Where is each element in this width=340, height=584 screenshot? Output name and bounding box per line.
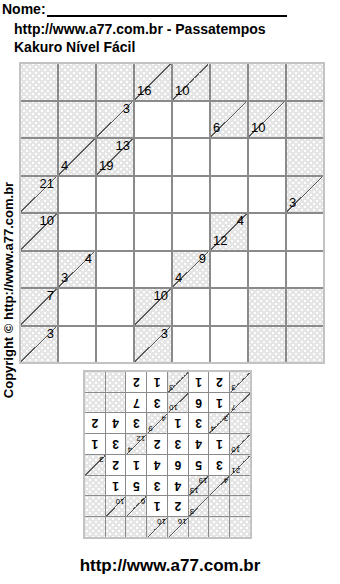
clue-cell-r5c6: 124 [211,214,247,250]
entry-cell-r7c2[interactable] [59,289,95,325]
solution-grid: 1610321610419134351213564123101432124313… [83,370,252,539]
solution-entry-cell-r2c5: 1 [147,497,167,517]
footer-url: http://www.a77.com.br [0,556,340,576]
blocked-cell-r6c1 [21,252,57,288]
across-clue: 21 [40,177,54,192]
entry-cell-r3c5[interactable] [173,139,209,175]
entry-cell-r4c3[interactable] [97,177,133,213]
across-clue: 9 [148,424,152,433]
across-clue: 4 [237,214,244,229]
clue-cell-r7c4: 10 [135,289,171,325]
solution-entry-cell-r3c4: 4 [168,476,188,496]
solution-digit: 2 [175,499,182,513]
solution-digit: 2 [216,375,223,389]
solution-digit: 3 [216,458,223,472]
blocked-cell-r1c7 [249,64,285,100]
across-clue: 9 [199,252,206,267]
solution-entry-cell-r4c7: 2 [106,455,126,475]
solution-entry-cell-r6c4: 1 [168,414,188,434]
solution-digit: 1 [195,375,202,389]
down-clue: 10 [251,121,265,136]
blocked-cell-r1c1 [21,64,57,100]
solution-clue-cell-r4c1: 21 [230,455,250,475]
solution-digit: 3 [112,437,119,451]
blocked-cell-r8c7 [249,327,285,363]
entry-cell-r8c2[interactable] [59,327,95,363]
solution-entry-cell-r8c5: 1 [147,372,167,392]
entry-cell-r5c4[interactable] [135,214,171,250]
down-clue: 6 [213,121,220,136]
solution-blocked-cell-r1c3 [189,517,209,537]
solution-clue-cell-r1c5: 10 [147,517,167,537]
solution-clue-cell-r2c3: 3 [189,497,209,517]
across-clue: 13 [190,486,199,495]
solution-blocked-cell-r3c1 [230,476,250,496]
solution-entry-cell-r5c4: 3 [168,434,188,454]
solution-blocked-cell-r3c8 [85,476,105,496]
blocked-cell-r3c1 [21,139,57,175]
entry-cell-r4c4[interactable] [135,177,171,213]
down-clue: 16 [178,517,187,526]
solution-digit: 1 [133,458,140,472]
clue-cell-r8c1: 3 [21,327,57,363]
across-clue: 3 [190,507,194,516]
solution-blocked-cell-r8c7 [106,372,126,392]
solution-digit: 3 [133,416,140,430]
down-clue: 12 [136,434,145,443]
down-clue: 3 [99,455,103,464]
solution-digit: 4 [175,479,182,493]
clue-cell-r4c1: 21 [21,177,57,213]
solution-clue-cell-r8c4: 3 [168,372,188,392]
solution-digit: 3 [154,479,161,493]
entry-cell-r4c5[interactable] [173,177,209,213]
solution-clue-cell-r3c2: 4 [210,476,230,496]
solution-entry-cell-r6c6: 3 [127,414,147,434]
solution-clue-cell-r2c6: 6 [127,497,147,517]
solution-digit: 1 [154,375,161,389]
down-clue: 12 [213,234,227,249]
across-clue: 4 [211,424,215,433]
solution-digit: 5 [133,479,140,493]
across-clue: 3 [169,383,173,392]
clue-cell-r5c1: 10 [21,214,57,250]
entry-cell-r8c3[interactable] [97,327,133,363]
solution-entry-cell-r5c5: 2 [147,434,167,454]
entry-cell-r5c7[interactable] [249,214,285,250]
across-clue: 3 [161,327,168,342]
solution-entry-cell-r5c3: 4 [189,434,209,454]
entry-cell-r6c8[interactable] [287,252,323,288]
across-clue: 3 [47,327,54,342]
solution-digit: 2 [133,375,140,389]
clue-cell-r4c8: 3 [287,177,323,213]
blocked-cell-r1c3 [97,64,133,100]
solution-entry-cell-r7c6: 7 [127,393,147,413]
solution-entry-cell-r7c2: 1 [210,393,230,413]
solution-clue-cell-r1c4: 16 [168,517,188,537]
solution-blocked-cell-r2c1 [230,497,250,517]
solution-blocked-cell-r1c7 [106,517,126,537]
blocked-cell-r1c6 [211,64,247,100]
down-clue: 3 [224,414,228,423]
solution-clue-cell-r8c1: 3 [230,372,250,392]
clue-cell-r8c4: 3 [135,327,171,363]
solution-entry-cell-r3c7: 1 [106,476,126,496]
entry-cell-r7c5[interactable] [173,289,209,325]
across-clue: 4 [85,252,92,267]
entry-cell-r6c7[interactable] [249,252,285,288]
solution-digit: 1 [216,396,223,410]
down-clue: 4 [162,414,166,423]
clue-cell-r1c4: 16 [135,64,171,100]
solution-entry-cell-r6c8: 2 [85,414,105,434]
across-clue: 3 [231,383,235,392]
solution-digit: 4 [154,458,161,472]
solution-clue-cell-r5c1: 10 [230,434,250,454]
down-clue: 19 [199,476,208,485]
solution-entry-cell-r4c6: 1 [127,455,147,475]
solution-digit: 1 [154,499,161,513]
solution-digit: 7 [133,396,140,410]
solution-digit: 3 [195,416,202,430]
clue-cell-r2c6: 6 [211,102,247,138]
solution-entry-cell-r6c7: 4 [106,414,126,434]
down-clue: 19 [99,159,113,174]
across-clue: 21 [231,466,240,475]
down-clue: 4 [224,476,228,485]
main-grid: 161036104191321310124344971033 [19,62,325,364]
across-clue: 10 [169,403,178,412]
across-clue: 10 [40,214,54,229]
solution-clue-cell-r3c3: 1913 [189,476,209,496]
entry-cell-r5c8[interactable] [287,214,323,250]
entry-cell-r4c6[interactable] [211,177,247,213]
across-clue: 10 [154,289,168,304]
solution-digit: 3 [154,396,161,410]
blocked-cell-r2c8 [287,102,323,138]
blocked-cell-r2c1 [21,102,57,138]
solution-digit: 1 [216,437,223,451]
solution-clue-cell-r6c2: 34 [210,414,230,434]
down-clue: 4 [61,159,68,174]
solution-blocked-cell-r6c1 [230,414,250,434]
solution-entry-cell-r4c5: 4 [147,455,167,475]
entry-cell-r5c2[interactable] [59,214,95,250]
entry-cell-r6c4[interactable] [135,252,171,288]
solution-blocked-cell-r1c6 [127,517,147,537]
solution-blocked-cell-r1c8 [85,517,105,537]
solution-digit: 2 [112,458,119,472]
entry-cell-r8c5[interactable] [173,327,209,363]
blocked-cell-r7c8 [287,289,323,325]
solution-blocked-cell-r2c8 [85,497,105,517]
across-clue: 3 [123,102,130,117]
entry-cell-r6c3[interactable] [97,252,133,288]
solution-entry-cell-r7c3: 6 [189,393,209,413]
across-clue: 4 [128,445,132,454]
entry-cell-r5c3[interactable] [97,214,133,250]
solution-entry-cell-r6c3: 3 [189,414,209,434]
down-clue: 3 [289,196,296,211]
entry-cell-r2c4[interactable] [135,102,171,138]
down-clue: 10 [157,517,166,526]
solution-entry-cell-r4c2: 3 [210,455,230,475]
clue-cell-r2c7: 10 [249,102,285,138]
blocked-cell-r3c8 [287,139,323,175]
clue-cell-r6c2: 34 [59,252,95,288]
blocked-cell-r1c8 [287,64,323,100]
down-clue: 3 [61,271,68,286]
entry-cell-r3c7[interactable] [249,139,285,175]
down-clue: 6 [141,497,145,506]
solution-blocked-cell-r1c1 [230,517,250,537]
entry-cell-r7c3[interactable] [97,289,133,325]
entry-cell-r6c6[interactable] [211,252,247,288]
solution-clue-cell-r7c4: 10 [168,393,188,413]
clue-cell-r3c2: 4 [59,139,95,175]
solution-digit: 2 [154,437,161,451]
copyright-vertical-text: Copyright © http://www.a77.com.br [1,154,17,426]
puzzle-title: Kakuro Nível Fácil [14,39,135,55]
solution-blocked-cell-r1c2 [210,517,230,537]
entry-cell-r5c5[interactable] [173,214,209,250]
solution-entry-cell-r3c6: 5 [127,476,147,496]
across-clue: 13 [116,139,130,154]
blocked-cell-r1c2 [59,64,95,100]
solution-entry-cell-r7c5: 3 [147,393,167,413]
solution-entry-cell-r5c8: 1 [85,434,105,454]
entry-cell-r3c6[interactable] [211,139,247,175]
solution-blocked-cell-r7c8 [85,393,105,413]
clue-cell-r2c3: 3 [97,102,133,138]
solution-digit: 4 [112,416,119,430]
solution-clue-cell-r4c8: 3 [85,455,105,475]
entry-cell-r7c6[interactable] [211,289,247,325]
entry-cell-r3c4[interactable] [135,139,171,175]
blocked-cell-r8c8 [287,327,323,363]
entry-cell-r4c2[interactable] [59,177,95,213]
solution-blocked-cell-r2c2 [210,497,230,517]
solution-digit: 1 [92,437,99,451]
solution-digit: 4 [195,437,202,451]
solution-clue-cell-r7c1: 7 [230,393,250,413]
solution-entry-cell-r8c2: 2 [210,372,230,392]
across-clue: 10 [231,445,240,454]
solution-digit: 2 [92,416,99,430]
site-header: http://www.a77.com.br - Passatempos [14,21,266,37]
solution-entry-cell-r4c4: 6 [168,455,188,475]
solution-digit: 1 [175,416,182,430]
solution-blocked-cell-r8c8 [85,372,105,392]
solution-digit: 6 [175,458,182,472]
entry-cell-r8c6[interactable] [211,327,247,363]
down-clue: 10 [175,84,189,99]
solution-clue-cell-r5c6: 124 [127,434,147,454]
solution-entry-cell-r8c6: 2 [127,372,147,392]
entry-cell-r4c7[interactable] [249,177,285,213]
solution-clue-cell-r2c7: 10 [106,497,126,517]
solution-blocked-cell-r7c7 [106,393,126,413]
blocked-cell-r2c2 [59,102,95,138]
name-underline [47,15,287,17]
clue-cell-r7c1: 7 [21,289,57,325]
across-clue: 7 [47,289,54,304]
solution-entry-cell-r2c4: 2 [168,497,188,517]
clue-cell-r3c3: 1913 [97,139,133,175]
solution-digit: 1 [112,479,119,493]
solution-entry-cell-r3c5: 3 [147,476,167,496]
down-clue: 10 [116,497,125,506]
solution-digit: 3 [175,437,182,451]
solution-clue-cell-r6c5: 49 [147,414,167,434]
solution-entry-cell-r8c3: 1 [189,372,209,392]
clue-cell-r1c5: 10 [173,64,209,100]
solution-entry-cell-r5c2: 1 [210,434,230,454]
solution-entry-cell-r5c7: 3 [106,434,126,454]
solution-digit: 5 [195,458,202,472]
down-clue: 4 [175,271,182,286]
solution-entry-cell-r4c3: 5 [189,455,209,475]
clue-cell-r6c5: 49 [173,252,209,288]
down-clue: 16 [137,84,151,99]
across-clue: 7 [231,403,235,412]
entry-cell-r2c5[interactable] [173,102,209,138]
name-label: Nome: [2,1,46,17]
blocked-cell-r7c7 [249,289,285,325]
solution-digit: 6 [195,396,202,410]
